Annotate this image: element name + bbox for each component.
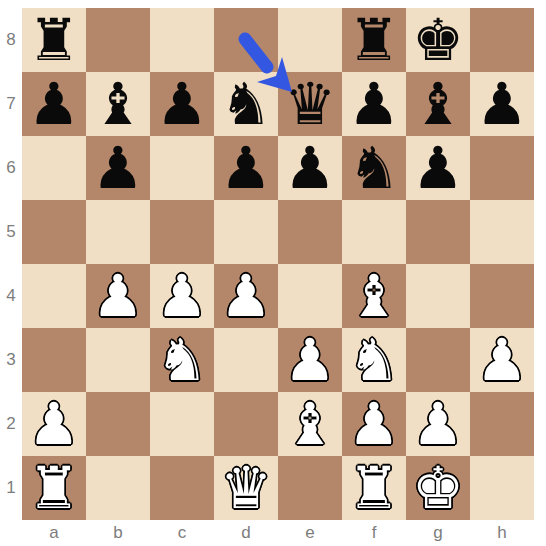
rank-label-2: 2 xyxy=(0,392,22,456)
square-h8[interactable] xyxy=(470,8,534,72)
white-knight[interactable]: ♞ xyxy=(348,328,400,392)
rank-label-8: 8 xyxy=(0,8,22,72)
square-c8[interactable] xyxy=(150,8,214,72)
square-d2[interactable] xyxy=(214,392,278,456)
square-a1[interactable]: ♜ xyxy=(22,456,86,520)
black-pawn[interactable]: ♟ xyxy=(412,136,464,200)
square-e5[interactable] xyxy=(278,200,342,264)
black-pawn[interactable]: ♟ xyxy=(220,136,272,200)
square-a5[interactable] xyxy=(22,200,86,264)
square-h4[interactable] xyxy=(470,264,534,328)
square-g2[interactable]: ♟ xyxy=(406,392,470,456)
white-queen[interactable]: ♛ xyxy=(220,456,272,520)
black-knight[interactable]: ♞ xyxy=(348,136,400,200)
square-b3[interactable] xyxy=(86,328,150,392)
square-d8[interactable] xyxy=(214,8,278,72)
square-b7[interactable]: ♝ xyxy=(86,72,150,136)
square-b4[interactable]: ♟ xyxy=(86,264,150,328)
square-d6[interactable]: ♟ xyxy=(214,136,278,200)
white-pawn[interactable]: ♟ xyxy=(220,264,272,328)
rank-label-4: 4 xyxy=(0,264,22,328)
black-rook[interactable]: ♜ xyxy=(348,8,400,72)
file-label-c: c xyxy=(150,520,214,546)
square-g6[interactable]: ♟ xyxy=(406,136,470,200)
black-knight[interactable]: ♞ xyxy=(220,72,272,136)
square-b5[interactable] xyxy=(86,200,150,264)
square-f8[interactable]: ♜ xyxy=(342,8,406,72)
square-c7[interactable]: ♟ xyxy=(150,72,214,136)
square-a8[interactable]: ♜ xyxy=(22,8,86,72)
square-a7[interactable]: ♟ xyxy=(22,72,86,136)
square-f4[interactable]: ♝ xyxy=(342,264,406,328)
file-label-b: b xyxy=(86,520,150,546)
square-g3[interactable] xyxy=(406,328,470,392)
square-h7[interactable]: ♟ xyxy=(470,72,534,136)
square-h3[interactable]: ♟ xyxy=(470,328,534,392)
chessboard-screenshot: ♜♜♚♟♝♟♞♛♟♝♟♟♟♟♞♟♟♟♟♝♞♟♞♟♟♝♟♟♜♛♜♚ 8765432… xyxy=(0,0,546,546)
black-bishop[interactable]: ♝ xyxy=(412,72,464,136)
square-d3[interactable] xyxy=(214,328,278,392)
white-pawn[interactable]: ♟ xyxy=(28,392,80,456)
square-a2[interactable]: ♟ xyxy=(22,392,86,456)
file-label-a: a xyxy=(22,520,86,546)
rank-label-1: 1 xyxy=(0,456,22,520)
black-rook[interactable]: ♜ xyxy=(28,8,80,72)
square-d5[interactable] xyxy=(214,200,278,264)
black-bishop[interactable]: ♝ xyxy=(92,72,144,136)
square-c3[interactable]: ♞ xyxy=(150,328,214,392)
square-a3[interactable] xyxy=(22,328,86,392)
square-f6[interactable]: ♞ xyxy=(342,136,406,200)
white-bishop[interactable]: ♝ xyxy=(284,392,336,456)
white-pawn[interactable]: ♟ xyxy=(348,392,400,456)
square-h5[interactable] xyxy=(470,200,534,264)
rank-label-7: 7 xyxy=(0,72,22,136)
chess-board[interactable]: ♜♜♚♟♝♟♞♛♟♝♟♟♟♟♞♟♟♟♟♝♞♟♞♟♟♝♟♟♜♛♜♚ xyxy=(22,8,534,520)
square-e4[interactable] xyxy=(278,264,342,328)
square-e2[interactable]: ♝ xyxy=(278,392,342,456)
square-g5[interactable] xyxy=(406,200,470,264)
black-pawn[interactable]: ♟ xyxy=(284,136,336,200)
file-label-g: g xyxy=(406,520,470,546)
square-c2[interactable] xyxy=(150,392,214,456)
white-pawn[interactable]: ♟ xyxy=(476,328,528,392)
square-g4[interactable] xyxy=(406,264,470,328)
square-f7[interactable]: ♟ xyxy=(342,72,406,136)
black-pawn[interactable]: ♟ xyxy=(92,136,144,200)
square-c4[interactable]: ♟ xyxy=(150,264,214,328)
file-label-d: d xyxy=(214,520,278,546)
white-pawn[interactable]: ♟ xyxy=(284,328,336,392)
square-f1[interactable]: ♜ xyxy=(342,456,406,520)
square-g1[interactable]: ♚ xyxy=(406,456,470,520)
square-f5[interactable] xyxy=(342,200,406,264)
black-queen[interactable]: ♛ xyxy=(284,72,336,136)
square-d7[interactable]: ♞ xyxy=(214,72,278,136)
square-f2[interactable]: ♟ xyxy=(342,392,406,456)
square-b6[interactable]: ♟ xyxy=(86,136,150,200)
square-g7[interactable]: ♝ xyxy=(406,72,470,136)
square-b1[interactable] xyxy=(86,456,150,520)
file-label-h: h xyxy=(470,520,534,546)
black-pawn[interactable]: ♟ xyxy=(156,72,208,136)
square-h6[interactable] xyxy=(470,136,534,200)
file-label-f: f xyxy=(342,520,406,546)
square-e6[interactable]: ♟ xyxy=(278,136,342,200)
white-pawn[interactable]: ♟ xyxy=(156,264,208,328)
white-rook[interactable]: ♜ xyxy=(28,456,80,520)
white-knight[interactable]: ♞ xyxy=(156,328,208,392)
rank-label-3: 3 xyxy=(0,328,22,392)
white-bishop[interactable]: ♝ xyxy=(348,264,400,328)
square-h1[interactable] xyxy=(470,456,534,520)
black-king[interactable]: ♚ xyxy=(412,8,464,72)
rank-label-6: 6 xyxy=(0,136,22,200)
square-c1[interactable] xyxy=(150,456,214,520)
white-pawn[interactable]: ♟ xyxy=(92,264,144,328)
square-g8[interactable]: ♚ xyxy=(406,8,470,72)
square-e7[interactable]: ♛ xyxy=(278,72,342,136)
square-e3[interactable]: ♟ xyxy=(278,328,342,392)
white-rook[interactable]: ♜ xyxy=(348,456,400,520)
square-c6[interactable] xyxy=(150,136,214,200)
square-d1[interactable]: ♛ xyxy=(214,456,278,520)
square-b2[interactable] xyxy=(86,392,150,456)
rank-label-5: 5 xyxy=(0,200,22,264)
black-pawn[interactable]: ♟ xyxy=(476,72,528,136)
square-d4[interactable]: ♟ xyxy=(214,264,278,328)
file-label-e: e xyxy=(278,520,342,546)
white-king[interactable]: ♚ xyxy=(412,456,464,520)
square-e8[interactable] xyxy=(278,8,342,72)
square-b8[interactable] xyxy=(86,8,150,72)
square-a6[interactable] xyxy=(22,136,86,200)
square-a4[interactable] xyxy=(22,264,86,328)
square-c5[interactable] xyxy=(150,200,214,264)
square-f3[interactable]: ♞ xyxy=(342,328,406,392)
black-pawn[interactable]: ♟ xyxy=(28,72,80,136)
white-pawn[interactable]: ♟ xyxy=(412,392,464,456)
black-pawn[interactable]: ♟ xyxy=(348,72,400,136)
square-e1[interactable] xyxy=(278,456,342,520)
square-h2[interactable] xyxy=(470,392,534,456)
